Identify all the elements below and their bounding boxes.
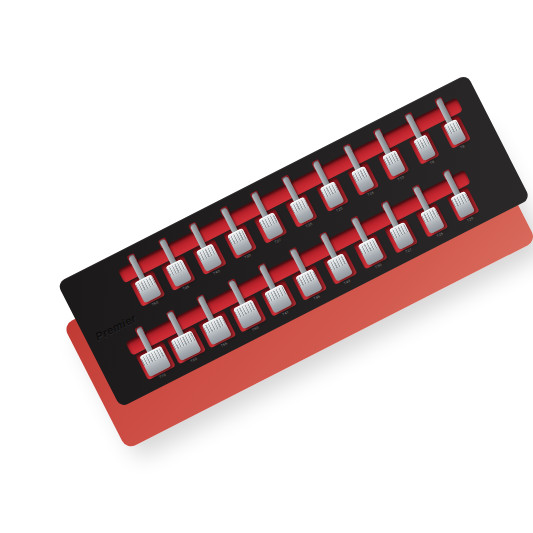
product-photo: Premier T50T45T40T30T27T25T20T15T10T9T8 … [0,0,533,533]
socket-row-bottom: T70T60T55T50T47T45T40T30T27T25T20 [57,74,467,283]
